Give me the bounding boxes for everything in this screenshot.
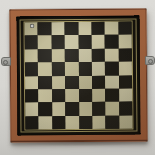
board-black-margin [16, 15, 140, 135]
square-g4 [105, 75, 118, 88]
square-g8 [105, 22, 118, 35]
square-b1 [39, 116, 52, 129]
photo-background [0, 0, 155, 155]
square-g5 [105, 62, 118, 75]
square-h8 [118, 22, 131, 35]
square-c7 [51, 35, 64, 48]
wood-frame [9, 8, 147, 142]
square-c6 [52, 49, 65, 62]
square-h6 [118, 48, 131, 61]
square-a1 [25, 116, 38, 129]
inner-gold-pinstripe [24, 21, 134, 131]
square-f1 [92, 115, 105, 128]
square-g3 [105, 89, 118, 102]
square-c3 [52, 89, 65, 102]
square-h4 [119, 75, 132, 88]
square-b2 [39, 102, 52, 115]
playing-grid [25, 22, 133, 130]
square-e3 [79, 89, 92, 102]
square-f8 [91, 22, 104, 35]
square-c4 [52, 76, 65, 89]
square-b7 [38, 36, 51, 49]
square-e6 [78, 49, 91, 62]
square-f7 [92, 35, 105, 48]
square-d7 [65, 35, 78, 48]
square-a4 [25, 76, 38, 89]
square-c2 [52, 102, 65, 115]
left-hanging-hook-icon [1, 57, 11, 66]
square-b6 [38, 49, 51, 62]
corner-pin-icon [31, 24, 34, 27]
square-e8 [78, 22, 91, 35]
square-f5 [92, 62, 105, 75]
square-g6 [105, 48, 118, 61]
square-c8 [51, 22, 64, 35]
square-b5 [38, 62, 51, 75]
square-h2 [119, 102, 132, 115]
square-f2 [92, 102, 105, 115]
square-e5 [78, 62, 91, 75]
square-a7 [25, 36, 38, 49]
square-c1 [52, 116, 65, 129]
square-a2 [25, 103, 38, 116]
square-d6 [65, 49, 78, 62]
square-h1 [119, 115, 132, 128]
square-g7 [105, 35, 118, 48]
square-e4 [79, 75, 92, 88]
square-h7 [118, 35, 131, 48]
square-c5 [52, 62, 65, 75]
square-f3 [92, 89, 105, 102]
square-h5 [119, 62, 132, 75]
square-a6 [25, 49, 38, 62]
square-d5 [65, 62, 78, 75]
square-e7 [78, 35, 91, 48]
right-hanging-hook-icon [145, 56, 155, 65]
square-b4 [38, 76, 51, 89]
square-d8 [65, 22, 78, 35]
square-h3 [119, 88, 132, 101]
square-b3 [38, 89, 51, 102]
square-f4 [92, 75, 105, 88]
square-b8 [38, 22, 51, 35]
square-a5 [25, 62, 38, 75]
square-e1 [79, 116, 92, 129]
square-d4 [65, 76, 78, 89]
square-d1 [65, 116, 78, 129]
square-g2 [105, 102, 118, 115]
square-a3 [25, 89, 38, 102]
square-e2 [79, 102, 92, 115]
square-d2 [65, 102, 78, 115]
square-f6 [92, 49, 105, 62]
square-d3 [65, 89, 78, 102]
square-g1 [106, 115, 119, 128]
